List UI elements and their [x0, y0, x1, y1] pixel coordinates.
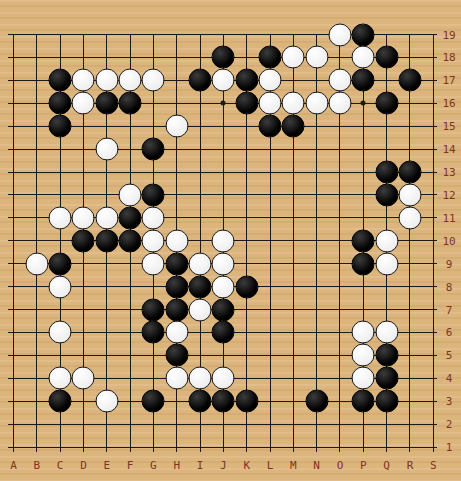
black-stone-G7	[142, 298, 165, 321]
black-stone-I8	[189, 275, 212, 298]
column-label-D: D	[80, 460, 87, 471]
white-stone-H4	[165, 367, 188, 390]
column-label-P: P	[360, 460, 367, 471]
black-stone-Q3	[375, 390, 398, 413]
white-stone-P6	[352, 321, 375, 344]
white-stone-C11	[49, 206, 72, 229]
white-stone-C6	[49, 321, 72, 344]
white-stone-G11	[142, 206, 165, 229]
row-label-4: 4	[446, 373, 453, 384]
white-stone-H10	[165, 229, 188, 252]
black-stone-H9	[165, 252, 188, 275]
row-label-17: 17	[442, 75, 455, 86]
column-label-N: N	[313, 460, 320, 471]
white-stone-H15	[165, 115, 188, 138]
black-stone-F11	[119, 206, 142, 229]
white-stone-N16	[305, 92, 328, 115]
black-stone-R13	[398, 161, 421, 184]
white-stone-G10	[142, 229, 165, 252]
row-label-6: 6	[446, 327, 453, 338]
grid-vline	[433, 34, 434, 452]
column-label-F: F	[127, 460, 134, 471]
black-stone-J18	[212, 46, 235, 69]
row-label-1: 1	[446, 442, 453, 453]
column-label-G: G	[150, 460, 157, 471]
black-stone-Q18	[375, 46, 398, 69]
white-stone-E11	[95, 206, 118, 229]
column-label-A: A	[10, 460, 17, 471]
row-label-2: 2	[446, 419, 453, 430]
black-stone-Q16	[375, 92, 398, 115]
black-stone-C17	[49, 69, 72, 92]
column-label-S: S	[430, 460, 437, 471]
column-label-K: K	[243, 460, 250, 471]
white-stone-O16	[328, 92, 351, 115]
white-stone-L16	[259, 92, 282, 115]
black-stone-J7	[212, 298, 235, 321]
black-stone-P19	[352, 23, 375, 46]
white-stone-Q6	[375, 321, 398, 344]
black-stone-H5	[165, 344, 188, 367]
grid-vline	[36, 34, 37, 452]
column-label-Q: Q	[383, 460, 390, 471]
row-label-19: 19	[442, 29, 455, 40]
grid-vline	[13, 34, 14, 452]
white-stone-G9	[142, 252, 165, 275]
black-stone-C16	[49, 92, 72, 115]
column-label-J: J	[220, 460, 227, 471]
black-stone-K17	[235, 69, 258, 92]
black-stone-P17	[352, 69, 375, 92]
white-stone-F12	[119, 183, 142, 206]
white-stone-G17	[142, 69, 165, 92]
white-stone-P5	[352, 344, 375, 367]
white-stone-L17	[259, 69, 282, 92]
star-point	[361, 101, 366, 106]
white-stone-D11	[72, 206, 95, 229]
white-stone-Q9	[375, 252, 398, 275]
white-stone-I4	[189, 367, 212, 390]
white-stone-R12	[398, 183, 421, 206]
black-stone-F16	[119, 92, 142, 115]
black-stone-Q13	[375, 161, 398, 184]
white-stone-E17	[95, 69, 118, 92]
white-stone-M16	[282, 92, 305, 115]
white-stone-N18	[305, 46, 328, 69]
row-label-18: 18	[442, 52, 455, 63]
white-stone-J17	[212, 69, 235, 92]
black-stone-P3	[352, 390, 375, 413]
row-label-10: 10	[442, 235, 455, 246]
white-stone-B9	[25, 252, 48, 275]
white-stone-J9	[212, 252, 235, 275]
white-stone-H6	[165, 321, 188, 344]
black-stone-M15	[282, 115, 305, 138]
column-label-E: E	[103, 460, 110, 471]
black-stone-D10	[72, 229, 95, 252]
white-stone-F17	[119, 69, 142, 92]
white-stone-M18	[282, 46, 305, 69]
black-stone-K8	[235, 275, 258, 298]
black-stone-H7	[165, 298, 188, 321]
white-stone-D4	[72, 367, 95, 390]
white-stone-I7	[189, 298, 212, 321]
black-stone-G3	[142, 390, 165, 413]
column-label-H: H	[173, 460, 180, 471]
black-stone-F10	[119, 229, 142, 252]
black-stone-E10	[95, 229, 118, 252]
row-label-5: 5	[446, 350, 453, 361]
white-stone-J10	[212, 229, 235, 252]
white-stone-E3	[95, 390, 118, 413]
black-stone-C15	[49, 115, 72, 138]
white-stone-C4	[49, 367, 72, 390]
row-label-3: 3	[446, 396, 453, 407]
white-stone-C8	[49, 275, 72, 298]
black-stone-L15	[259, 115, 282, 138]
black-stone-C3	[49, 390, 72, 413]
white-stone-I9	[189, 252, 212, 275]
white-stone-P18	[352, 46, 375, 69]
black-stone-I17	[189, 69, 212, 92]
white-stone-O19	[328, 23, 351, 46]
black-stone-R17	[398, 69, 421, 92]
black-stone-Q5	[375, 344, 398, 367]
black-stone-H8	[165, 275, 188, 298]
black-stone-J6	[212, 321, 235, 344]
column-label-C: C	[57, 460, 64, 471]
white-stone-J8	[212, 275, 235, 298]
black-stone-P10	[352, 229, 375, 252]
white-stone-Q10	[375, 229, 398, 252]
black-stone-L18	[259, 46, 282, 69]
black-stone-C9	[49, 252, 72, 275]
star-point	[221, 101, 226, 106]
black-stone-Q12	[375, 183, 398, 206]
row-label-8: 8	[446, 281, 453, 292]
column-label-M: M	[290, 460, 297, 471]
black-stone-G6	[142, 321, 165, 344]
white-stone-D17	[72, 69, 95, 92]
black-stone-Q4	[375, 367, 398, 390]
white-stone-R11	[398, 206, 421, 229]
black-stone-K16	[235, 92, 258, 115]
white-stone-J4	[212, 367, 235, 390]
go-board[interactable]: ABCDEFGHIJKLMNOPQRS191817161514131211109…	[0, 0, 461, 481]
go-board-screen: ABCDEFGHIJKLMNOPQRS191817161514131211109…	[0, 0, 461, 481]
black-stone-P9	[352, 252, 375, 275]
row-label-15: 15	[442, 121, 455, 132]
white-stone-P4	[352, 367, 375, 390]
column-label-O: O	[337, 460, 344, 471]
white-stone-O17	[328, 69, 351, 92]
black-stone-I3	[189, 390, 212, 413]
row-label-9: 9	[446, 258, 453, 269]
row-label-7: 7	[446, 304, 453, 315]
column-label-R: R	[407, 460, 414, 471]
column-label-B: B	[34, 460, 41, 471]
white-stone-D16	[72, 92, 95, 115]
grid-vline	[409, 34, 410, 452]
white-stone-E14	[95, 138, 118, 161]
row-label-13: 13	[442, 167, 455, 178]
black-stone-E16	[95, 92, 118, 115]
black-stone-J3	[212, 390, 235, 413]
row-label-14: 14	[442, 144, 455, 155]
column-label-L: L	[267, 460, 274, 471]
black-stone-G14	[142, 138, 165, 161]
row-label-12: 12	[442, 189, 455, 200]
black-stone-K3	[235, 390, 258, 413]
row-label-16: 16	[442, 98, 455, 109]
column-label-I: I	[197, 460, 204, 471]
row-label-11: 11	[442, 212, 455, 223]
black-stone-G12	[142, 183, 165, 206]
black-stone-N3	[305, 390, 328, 413]
